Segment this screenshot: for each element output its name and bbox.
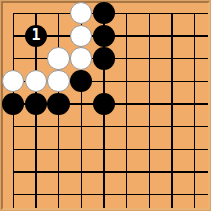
stone-white <box>25 70 47 92</box>
intersection-ba <box>25 2 48 25</box>
intersection-if <box>183 115 206 138</box>
stone-white <box>70 25 92 47</box>
intersection-ei <box>93 183 116 206</box>
move-number-label: 1 <box>31 28 40 43</box>
intersection-cd <box>47 70 70 93</box>
intersection-ci <box>47 183 70 206</box>
intersection-eb <box>93 25 116 48</box>
intersection-di <box>70 183 93 206</box>
intersection-ia <box>183 2 206 25</box>
intersection-ic <box>183 47 206 70</box>
intersection-gh <box>138 161 161 184</box>
stone-black <box>47 93 69 115</box>
intersection-ga <box>138 2 161 25</box>
intersection-ff <box>115 115 138 138</box>
stone-black <box>70 70 92 92</box>
intersection-ae <box>2 93 25 116</box>
stone-black <box>93 93 115 115</box>
intersection-fh <box>115 161 138 184</box>
intersection-fb <box>115 25 138 48</box>
intersection-bg <box>25 138 48 161</box>
intersection-hh <box>161 161 184 184</box>
intersection-gg <box>138 138 161 161</box>
intersection-bd <box>25 70 48 93</box>
intersection-hd <box>161 70 184 93</box>
stone-black <box>93 47 115 69</box>
intersection-bb: 1 <box>25 25 48 48</box>
intersection-eg <box>93 138 116 161</box>
intersection-ed <box>93 70 116 93</box>
intersection-dg <box>70 138 93 161</box>
intersection-cc <box>47 47 70 70</box>
intersection-ce <box>47 93 70 116</box>
intersection-de <box>70 93 93 116</box>
intersection-af <box>2 115 25 138</box>
board-surface: 1 <box>3 3 208 208</box>
intersection-id <box>183 70 206 93</box>
stone-black <box>25 93 47 115</box>
intersection-fa <box>115 2 138 25</box>
intersection-bf <box>25 115 48 138</box>
intersection-ge <box>138 93 161 116</box>
intersection-df <box>70 115 93 138</box>
intersection-bc <box>25 47 48 70</box>
intersection-cb <box>47 25 70 48</box>
go-board-diagram: 1 <box>0 0 211 211</box>
intersection-aa <box>2 2 25 25</box>
intersection-ch <box>47 161 70 184</box>
intersection-hi <box>161 183 184 206</box>
intersection-hc <box>161 47 184 70</box>
intersection-ii <box>183 183 206 206</box>
intersection-ie <box>183 93 206 116</box>
stone-white <box>70 47 92 69</box>
intersection-cg <box>47 138 70 161</box>
intersection-gb <box>138 25 161 48</box>
intersection-gd <box>138 70 161 93</box>
intersection-da <box>70 2 93 25</box>
stone-black <box>2 93 24 115</box>
intersection-ab <box>2 25 25 48</box>
stone-white <box>47 70 69 92</box>
intersection-fg <box>115 138 138 161</box>
intersection-ec <box>93 47 116 70</box>
intersection-ad <box>2 70 25 93</box>
intersection-db <box>70 25 93 48</box>
intersection-ee <box>93 93 116 116</box>
intersection-fd <box>115 70 138 93</box>
intersection-eh <box>93 161 116 184</box>
intersection-gf <box>138 115 161 138</box>
intersection-bi <box>25 183 48 206</box>
intersection-cf <box>47 115 70 138</box>
intersection-ef <box>93 115 116 138</box>
intersection-ea <box>93 2 116 25</box>
intersection-ag <box>2 138 25 161</box>
board-frame: 1 <box>1 1 210 210</box>
stones-layer: 1 <box>2 2 206 206</box>
intersection-gi <box>138 183 161 206</box>
intersection-dh <box>70 161 93 184</box>
stone-white <box>70 2 92 24</box>
intersection-hg <box>161 138 184 161</box>
stone-white <box>2 70 24 92</box>
stone-white <box>47 47 69 69</box>
stone-black <box>93 2 115 24</box>
intersection-ib <box>183 25 206 48</box>
intersection-ac <box>2 47 25 70</box>
intersection-ca <box>47 2 70 25</box>
intersection-ig <box>183 138 206 161</box>
intersection-ih <box>183 161 206 184</box>
intersection-ha <box>161 2 184 25</box>
intersection-fc <box>115 47 138 70</box>
intersection-hb <box>161 25 184 48</box>
intersection-gc <box>138 47 161 70</box>
intersection-fe <box>115 93 138 116</box>
intersection-ai <box>2 183 25 206</box>
stone-black: 1 <box>25 25 47 47</box>
stone-black <box>93 25 115 47</box>
intersection-fi <box>115 183 138 206</box>
intersection-dd <box>70 70 93 93</box>
intersection-dc <box>70 47 93 70</box>
intersection-be <box>25 93 48 116</box>
intersection-bh <box>25 161 48 184</box>
intersection-he <box>161 93 184 116</box>
intersection-ah <box>2 161 25 184</box>
intersection-hf <box>161 115 184 138</box>
